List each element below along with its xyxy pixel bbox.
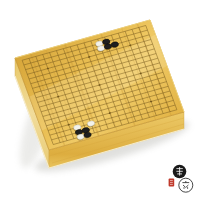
logo-black-seal-icon <box>173 165 187 179</box>
logo-red-seal-icon <box>169 178 175 186</box>
logo-white-seal-icon <box>179 178 193 192</box>
product-photo <box>0 0 200 200</box>
photo-canvas <box>0 0 200 200</box>
brand-logo <box>169 165 193 193</box>
